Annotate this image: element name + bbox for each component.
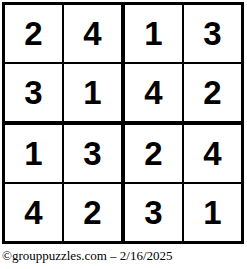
cell-r2c4: 2 [184, 64, 241, 121]
cell-r3c1: 1 [5, 125, 62, 182]
cell-r3c2: 3 [64, 125, 121, 182]
cell-r1c2: 4 [64, 5, 121, 62]
cell-r4c4: 1 [184, 184, 241, 241]
cell-r4c1: 4 [5, 184, 62, 241]
box-2-2: 2431 [125, 125, 241, 241]
sudoku-board: 2431134213422431 [2, 2, 244, 244]
cell-r2c3: 4 [125, 64, 182, 121]
cell-r1c1: 2 [5, 5, 62, 62]
sudoku-page: 2431134213422431 ©grouppuzzles.com – 2/1… [0, 0, 247, 269]
cell-r2c2: 1 [64, 64, 121, 121]
cell-r1c4: 3 [184, 5, 241, 62]
cell-r3c4: 4 [184, 125, 241, 182]
cell-r3c3: 2 [125, 125, 182, 182]
cell-r4c2: 2 [64, 184, 121, 241]
box-1-1: 2431 [5, 5, 121, 121]
box-1-2: 1342 [125, 5, 241, 121]
cell-r2c1: 3 [5, 64, 62, 121]
cell-r4c3: 3 [125, 184, 182, 241]
cell-r1c3: 1 [125, 5, 182, 62]
credit-text: ©grouppuzzles.com – 2/16/2025 [2, 248, 173, 264]
box-2-1: 1342 [5, 125, 121, 241]
